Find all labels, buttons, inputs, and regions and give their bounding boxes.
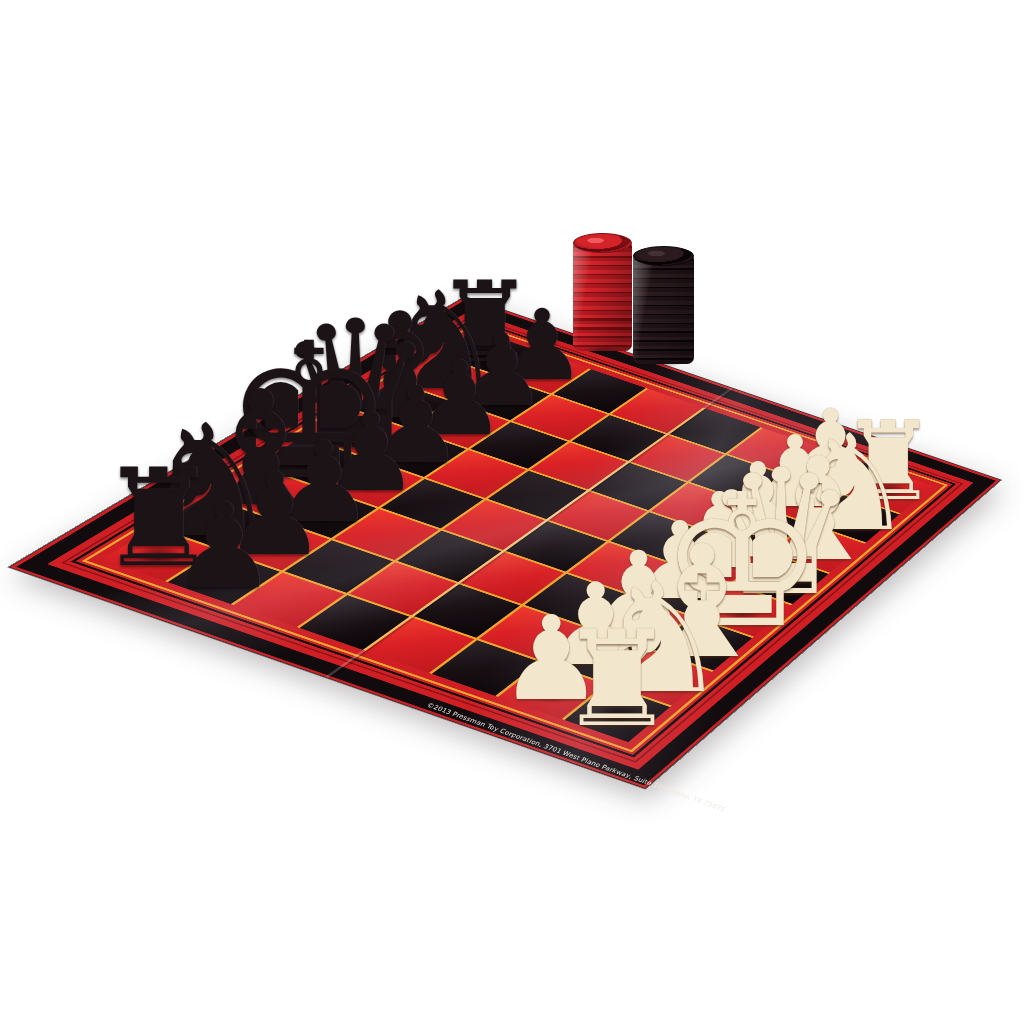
black-checkers-stack[interactable] [633, 246, 694, 364]
white-rook[interactable]: ♜ [558, 613, 677, 745]
black-pawn[interactable]: ♟ [171, 487, 277, 605]
black-checker-top-face [633, 246, 694, 266]
black-stack-sheen [633, 256, 694, 364]
black-checkers-stack-body [633, 256, 694, 364]
product-photo-stage: ♜♞♝♛♚♝♞♜♟♟♟♟♟♟♟♟♟♟♟♟♟♟♟♟♜♞♝♛♚♝♞♜ ©2013 P… [0, 0, 1024, 1024]
red-checker-top-face [573, 233, 632, 253]
